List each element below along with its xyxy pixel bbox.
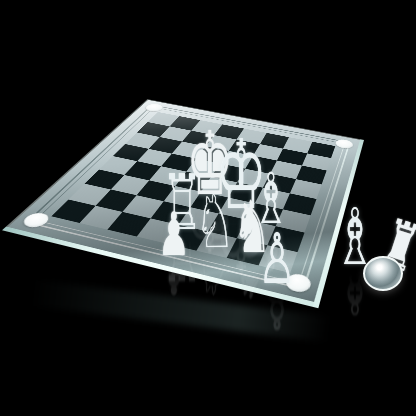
offboard-rook-base-disk-shape bbox=[363, 256, 403, 291]
pieces-layer: ♚♚♔♔♗♗♖♖♘♘♞♞♟♟♙♙♗♗♜ bbox=[0, 0, 416, 416]
pawn-reflection: ♙ bbox=[258, 268, 296, 338]
knight-reflection: ♘ bbox=[195, 230, 235, 304]
pawn-reflection: ♟ bbox=[158, 242, 190, 302]
glass-chess-set-photo: ♚♚♔♔♗♗♖♖♘♘♞♞♟♟♙♙♗♗♜ bbox=[0, 0, 416, 416]
